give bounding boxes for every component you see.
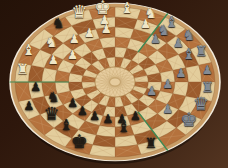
piece-gray-pawn[interactable]: ♟ (202, 64, 213, 76)
piece-white-bishop[interactable]: ♝ (22, 43, 35, 58)
piece-black-pawn[interactable]: ♟ (103, 112, 114, 124)
piece-white-bishop[interactable]: ♝ (120, 1, 133, 16)
piece-black-knight[interactable]: ♞ (52, 16, 65, 30)
piece-black-pawn[interactable]: ♟ (89, 110, 100, 122)
piece-gray-bishop[interactable]: ♝ (182, 47, 195, 62)
piece-white-rook[interactable]: ♜ (16, 62, 29, 76)
piece-gray-knight[interactable]: ♞ (183, 28, 196, 42)
piece-white-knight[interactable]: ♞ (45, 35, 58, 49)
piece-black-rook[interactable]: ♜ (144, 136, 157, 150)
piece-white-pawn[interactable]: ♟ (48, 54, 59, 66)
piece-gray-pawn[interactable]: ♟ (163, 103, 174, 115)
piece-black-queen[interactable]: ♛ (43, 104, 59, 122)
piece-black-bishop[interactable]: ♝ (117, 120, 130, 135)
piece-white-queen[interactable]: ♛ (71, 3, 87, 21)
piece-black-pawn[interactable]: ♟ (130, 110, 141, 122)
piece-black-king[interactable]: ♚ (71, 132, 88, 151)
piece-gray-rook[interactable]: ♜ (195, 44, 208, 58)
piece-gray-pawn[interactable]: ♟ (163, 78, 174, 90)
piece-white-pawn[interactable]: ♟ (69, 33, 80, 45)
piece-black-pawn[interactable]: ♟ (30, 80, 41, 92)
piece-white-pawn[interactable]: ♟ (84, 26, 95, 38)
piece-gray-king[interactable]: ♚ (180, 110, 197, 129)
piece-gray-pawn[interactable]: ♟ (147, 84, 158, 96)
piece-black-pawn[interactable]: ♟ (77, 104, 88, 116)
piece-gray-pawn[interactable]: ♟ (150, 33, 161, 45)
piece-white-pawn[interactable]: ♟ (101, 23, 112, 35)
piece-black-pawn[interactable]: ♟ (23, 99, 34, 111)
table-surface: ♚♝♛♞♟♝♞♟♟♞♟♞♟♟♞♟♝♜♟♝♟♜♟♟♟♟♜♟♞♟♟♛♟♟♛♟♟♟♟♚… (0, 0, 228, 168)
piece-gray-pawn[interactable]: ♟ (176, 66, 187, 78)
piece-white-pawn[interactable]: ♟ (67, 48, 78, 60)
piece-white-pawn[interactable]: ♟ (140, 17, 151, 29)
